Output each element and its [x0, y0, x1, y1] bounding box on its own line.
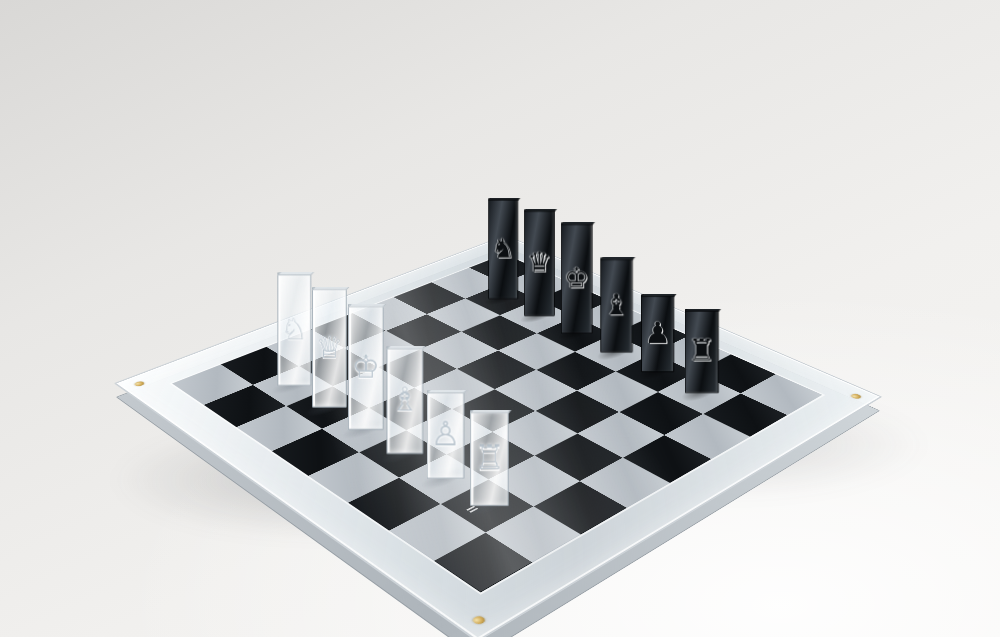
piece-glyph: ♝	[603, 291, 629, 320]
piece-glyph: ♕	[316, 332, 344, 363]
piece-glyph: ♚	[564, 264, 589, 292]
piece-glyph: ♞	[491, 235, 515, 262]
chess-board-3d: ♘♘♕♕♔♔♗♗♙♙♖♖♞♞♛♛♚♚♝♝♟♟♜♜	[172, 255, 822, 594]
acrylic-block: ♝	[600, 257, 632, 353]
piece-glyph: ♟	[644, 319, 670, 348]
piece-glyph: ♔	[352, 351, 380, 383]
piece-glyph: ♜	[688, 336, 715, 366]
acrylic-block: ♜	[684, 309, 718, 393]
brass-screw-icon	[471, 615, 487, 625]
piece-glyph: ♖	[474, 440, 505, 474]
piece-glyph: ♗	[390, 384, 419, 416]
acrylic-block: ♖	[470, 410, 509, 506]
acrylic-block: ♚	[561, 222, 593, 334]
acrylic-block: ♛	[524, 209, 555, 316]
acrylic-block: ♕	[312, 287, 347, 408]
acrylic-block: ♟	[641, 294, 674, 372]
piece-glyph: ♙	[431, 418, 461, 451]
acrylic-block: ♘	[278, 272, 312, 386]
checkerboard: ♘♘♕♕♔♔♗♗♙♙♖♖♞♞♛♛♚♚♝♝♟♟♜♜	[172, 254, 822, 593]
brass-screw-icon	[133, 381, 146, 387]
studio-scene: ♘♘♕♕♔♔♗♗♙♙♖♖♞♞♛♛♚♚♝♝♟♟♜♜	[0, 0, 1000, 637]
piece-glyph: ♘	[281, 314, 308, 344]
acrylic-block: ♞	[488, 198, 518, 299]
brass-screw-icon	[850, 393, 863, 399]
acrylic-block: ♙	[427, 390, 465, 479]
acrylic-block: ♗	[386, 346, 423, 454]
acrylic-block: ♔	[348, 304, 384, 430]
piece-glyph: ♛	[527, 249, 551, 276]
